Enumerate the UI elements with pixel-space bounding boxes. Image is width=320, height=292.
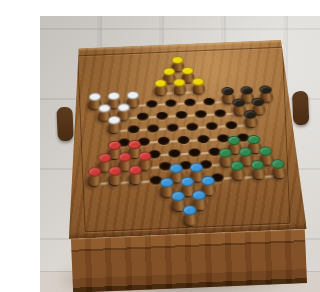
peg-top-red — [127, 139, 140, 148]
peg-red-r10p2[interactable] — [108, 166, 122, 186]
peg-body — [128, 174, 142, 185]
board-hole-r5p3[interactable] — [137, 113, 149, 121]
peg-yellow-r3p2[interactable] — [172, 78, 186, 95]
peg-blue-r13p1[interactable] — [182, 204, 197, 225]
board-line — [197, 126, 206, 128]
board-line — [217, 125, 226, 127]
board-hole-r5p4[interactable] — [156, 112, 168, 120]
peg-top-blue — [182, 204, 197, 215]
peg-red-r10p3[interactable] — [128, 165, 142, 185]
board-hole-r5p6[interactable] — [195, 110, 207, 118]
board-line — [208, 138, 217, 140]
board-hole-r6p2[interactable] — [128, 125, 140, 133]
board-line — [206, 114, 215, 116]
board-hole-r4p4[interactable] — [146, 100, 158, 108]
peg-top-red — [108, 140, 121, 149]
peg-green-r10p8[interactable] — [230, 161, 246, 180]
board-hole-r6p5[interactable] — [186, 123, 198, 131]
star-grid — [81, 52, 302, 243]
board-hole-r7p3[interactable] — [158, 136, 170, 144]
peg-top-yellow — [171, 56, 184, 64]
peg-top-yellow — [154, 79, 167, 87]
board-hole-r8p5[interactable] — [188, 148, 201, 157]
peg-red-r10p1[interactable] — [87, 167, 100, 187]
peg-top-green — [226, 135, 240, 144]
peg-top-yellow — [191, 77, 204, 85]
board-line — [158, 128, 167, 130]
peg-body — [192, 84, 205, 93]
peg-top-blue — [200, 176, 214, 186]
peg-white-r6p1[interactable] — [107, 116, 120, 134]
board-line — [176, 103, 185, 105]
board-hole-r6p3[interactable] — [147, 124, 159, 132]
peg-body — [251, 169, 266, 180]
left-handle-cutout — [56, 107, 73, 142]
board-hole-r6p7[interactable] — [225, 121, 238, 129]
peg-top-white — [107, 116, 120, 125]
box-front-face — [71, 229, 307, 292]
peg-body — [108, 175, 122, 186]
peg-top-yellow — [162, 67, 175, 75]
board-line — [200, 151, 209, 153]
board-line — [188, 139, 197, 141]
peg-green-r10p9[interactable] — [250, 160, 266, 179]
board-line — [169, 140, 178, 142]
photo-scene: Chinese Checkers — [40, 16, 320, 292]
peg-top-blue — [159, 177, 173, 187]
peg-top-green — [246, 135, 260, 144]
board-hole-r4p6[interactable] — [184, 99, 196, 107]
peg-yellow-r3p1[interactable] — [154, 79, 167, 96]
board-line — [148, 116, 157, 118]
wooden-game-box — [61, 39, 309, 292]
peg-body — [244, 118, 258, 128]
peg-body — [154, 86, 167, 95]
right-handle-cutout — [292, 91, 309, 126]
peg-top-yellow — [181, 67, 194, 75]
peg-top-blue — [180, 177, 194, 187]
peg-body — [87, 175, 100, 186]
board-hole-r4p7[interactable] — [203, 98, 215, 106]
peg-top-blue — [191, 190, 205, 200]
board-line — [149, 141, 158, 143]
wood-grain — [71, 229, 307, 292]
board-line — [195, 102, 204, 104]
board-hole-r5p5[interactable] — [175, 111, 187, 119]
peg-body — [173, 85, 186, 94]
board-hole-r6p4[interactable] — [167, 124, 179, 132]
board-hole-r7p5[interactable] — [197, 135, 210, 143]
peg-body — [108, 123, 121, 133]
board-line — [186, 114, 195, 116]
board-top-face — [61, 39, 307, 239]
board-line — [138, 129, 147, 131]
peg-body — [183, 213, 198, 225]
board-hole-r7p4[interactable] — [177, 136, 190, 144]
board-hole-r4p5[interactable] — [165, 100, 177, 108]
peg-yellow-r3p3[interactable] — [191, 77, 205, 94]
board-line — [178, 127, 187, 129]
board-line — [159, 153, 168, 155]
peg-green-r10p10[interactable] — [270, 159, 286, 178]
board-line — [180, 152, 189, 154]
board-line — [167, 115, 176, 117]
peg-body — [271, 168, 286, 179]
board-hole-r5p7[interactable] — [214, 110, 227, 118]
peg-black-r6p8[interactable] — [243, 110, 258, 128]
board-line — [157, 104, 166, 106]
peg-top-blue — [170, 191, 184, 201]
board-hole-r8p4[interactable] — [168, 149, 181, 158]
peg-top-yellow — [172, 78, 185, 86]
peg-body — [231, 169, 246, 180]
board-hole-r6p6[interactable] — [206, 122, 219, 130]
